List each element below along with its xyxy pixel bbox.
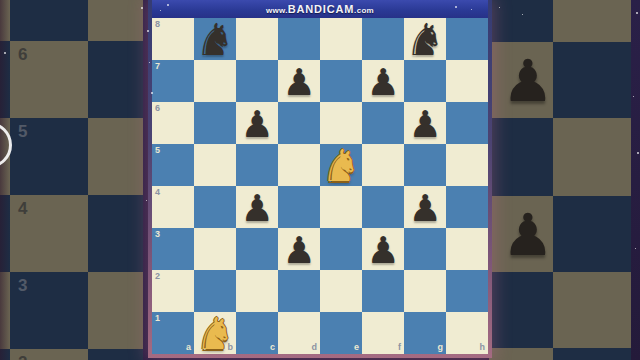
- screen-edge-vignette: [0, 0, 10, 360]
- watermark-com: .com: [354, 6, 374, 15]
- bg-square: 6: [10, 41, 88, 119]
- file-label-c: c: [270, 343, 275, 352]
- square-f5[interactable]: [362, 144, 404, 186]
- square-f2[interactable]: [362, 270, 404, 312]
- piece-black-pawn-g4[interactable]: ♟: [404, 187, 446, 229]
- square-b8[interactable]: ♞: [194, 18, 236, 60]
- square-e1[interactable]: e: [320, 312, 362, 354]
- square-f3[interactable]: ♟: [362, 228, 404, 270]
- star-dot: [160, 10, 161, 11]
- piece-black-knight-b8[interactable]: ♞: [194, 19, 236, 61]
- star-dot: [149, 62, 150, 63]
- star-dot: [4, 52, 6, 54]
- square-f1[interactable]: f: [362, 312, 404, 354]
- background-board-right: ♟♟: [489, 0, 631, 360]
- square-a3[interactable]: 3: [152, 228, 194, 270]
- star-dot: [636, 12, 638, 14]
- screen: 65432 ♟♟ www.BANDICAM.com 8♞♞7♟♟6♟♟5♞4♟♟…: [0, 0, 640, 360]
- rank-label-5: 5: [155, 146, 160, 155]
- square-d4[interactable]: [278, 186, 320, 228]
- square-c3[interactable]: [236, 228, 278, 270]
- square-h2[interactable]: [446, 270, 488, 312]
- bg-square: [553, 272, 631, 350]
- square-b5[interactable]: [194, 144, 236, 186]
- square-d8[interactable]: [278, 18, 320, 60]
- square-e7[interactable]: [320, 60, 362, 102]
- square-d6[interactable]: [278, 102, 320, 144]
- square-c1[interactable]: c: [236, 312, 278, 354]
- file-label-b: b: [228, 343, 234, 352]
- piece-black-pawn-f7[interactable]: ♟: [362, 61, 404, 103]
- square-g4[interactable]: ♟: [404, 186, 446, 228]
- bg-square: 2: [10, 349, 88, 360]
- file-label-e: e: [354, 343, 359, 352]
- square-b6[interactable]: [194, 102, 236, 144]
- square-a8[interactable]: 8: [152, 18, 194, 60]
- square-b3[interactable]: [194, 228, 236, 270]
- square-c8[interactable]: [236, 18, 278, 60]
- star-dot: [499, 7, 500, 8]
- star-dot: [146, 200, 147, 201]
- rank-label-1: 1: [155, 314, 160, 323]
- square-h5[interactable]: [446, 144, 488, 186]
- square-g5[interactable]: [404, 144, 446, 186]
- star-dot: [471, 9, 472, 10]
- rank-label-6: 6: [155, 104, 160, 113]
- bg-square: [553, 348, 631, 360]
- bg-rank-label-6: 6: [18, 46, 27, 63]
- bg-square: [88, 118, 143, 196]
- bg-rank-label-5: 5: [18, 123, 27, 140]
- square-d7[interactable]: ♟: [278, 60, 320, 102]
- bg-square: [88, 0, 143, 42]
- square-g3[interactable]: [404, 228, 446, 270]
- square-e2[interactable]: [320, 270, 362, 312]
- square-c7[interactable]: [236, 60, 278, 102]
- file-label-d: d: [312, 343, 318, 352]
- star-dot: [141, 7, 143, 9]
- bg-square: [553, 0, 631, 44]
- rank-label-4: 4: [155, 188, 160, 197]
- star-dot: [633, 96, 634, 97]
- square-f7[interactable]: ♟: [362, 60, 404, 102]
- piece-black-pawn-c6[interactable]: ♟: [236, 103, 278, 145]
- piece-black-pawn-g6[interactable]: ♟: [404, 103, 446, 145]
- square-g1[interactable]: g: [404, 312, 446, 354]
- square-g7[interactable]: [404, 60, 446, 102]
- bg-square: [88, 349, 143, 360]
- square-g8[interactable]: ♞: [404, 18, 446, 60]
- bg-square: [10, 0, 88, 42]
- square-c2[interactable]: [236, 270, 278, 312]
- square-e4[interactable]: [320, 186, 362, 228]
- star-dot: [151, 92, 153, 94]
- piece-white-knight-e5[interactable]: ♞: [320, 145, 362, 187]
- watermark-www: www.: [266, 6, 288, 15]
- square-f4[interactable]: [362, 186, 404, 228]
- bg-square: [88, 195, 143, 273]
- bg-square: 4: [10, 195, 88, 273]
- square-h8[interactable]: [446, 18, 488, 60]
- square-b2[interactable]: [194, 270, 236, 312]
- bg-rank-label-2: 2: [18, 354, 27, 360]
- square-h1[interactable]: h: [446, 312, 488, 354]
- bg-square: 5: [10, 118, 88, 196]
- bg-square: [88, 272, 143, 350]
- bg-square: [553, 118, 631, 196]
- bg-square: [553, 196, 631, 274]
- square-h3[interactable]: [446, 228, 488, 270]
- piece-black-knight-g8[interactable]: ♞: [404, 19, 446, 61]
- bg-square: [88, 41, 143, 119]
- square-d2[interactable]: [278, 270, 320, 312]
- piece-black-pawn-c4[interactable]: ♟: [236, 187, 278, 229]
- square-h7[interactable]: [446, 60, 488, 102]
- chess-board[interactable]: 8♞♞7♟♟6♟♟5♞4♟♟3♟♟21ab♞cdefgh: [152, 18, 488, 354]
- square-g2[interactable]: [404, 270, 446, 312]
- square-b7[interactable]: [194, 60, 236, 102]
- piece-black-pawn-d7[interactable]: ♟: [278, 61, 320, 103]
- square-e5[interactable]: ♞: [320, 144, 362, 186]
- rank-label-3: 3: [155, 230, 160, 239]
- square-a4[interactable]: 4: [152, 186, 194, 228]
- square-f8[interactable]: [362, 18, 404, 60]
- file-label-f: f: [398, 343, 401, 352]
- square-a1[interactable]: 1a: [152, 312, 194, 354]
- bg-rank-label-4: 4: [18, 200, 27, 217]
- square-e8[interactable]: [320, 18, 362, 60]
- square-d5[interactable]: [278, 144, 320, 186]
- star-dot: [637, 152, 639, 154]
- star-dot: [455, 6, 457, 8]
- watermark-brand: BANDICAM: [288, 3, 354, 15]
- star-dot: [635, 248, 636, 249]
- rank-label-8: 8: [155, 20, 160, 29]
- square-f6[interactable]: [362, 102, 404, 144]
- bg-square: 3: [10, 272, 88, 350]
- bg-rank-label-3: 3: [18, 277, 27, 294]
- space-strip-right: [631, 0, 640, 360]
- square-d1[interactable]: d: [278, 312, 320, 354]
- rank-label-2: 2: [155, 272, 160, 281]
- bg-square: [553, 42, 631, 120]
- square-h4[interactable]: [446, 186, 488, 228]
- piece-black-pawn-d3[interactable]: ♟: [278, 229, 320, 271]
- file-label-a: a: [186, 343, 191, 352]
- square-e3[interactable]: [320, 228, 362, 270]
- piece-black-pawn-f3[interactable]: ♟: [362, 229, 404, 271]
- file-label-g: g: [438, 343, 444, 352]
- square-e6[interactable]: [320, 102, 362, 144]
- star-dot: [147, 30, 149, 32]
- square-c6[interactable]: ♟: [236, 102, 278, 144]
- square-c4[interactable]: ♟: [236, 186, 278, 228]
- square-a7[interactable]: 7: [152, 60, 194, 102]
- star-dot: [522, 14, 523, 15]
- square-a5[interactable]: 5: [152, 144, 194, 186]
- square-g6[interactable]: ♟: [404, 102, 446, 144]
- file-label-h: h: [480, 343, 486, 352]
- square-h6[interactable]: [446, 102, 488, 144]
- square-b1[interactable]: b♞: [194, 312, 236, 354]
- square-b4[interactable]: [194, 186, 236, 228]
- square-a2[interactable]: 2: [152, 270, 194, 312]
- square-c5[interactable]: [236, 144, 278, 186]
- square-a6[interactable]: 6: [152, 102, 194, 144]
- star-dot: [167, 4, 169, 6]
- background-board-left: 65432: [0, 0, 143, 360]
- capture-frame: www.BANDICAM.com 8♞♞7♟♟6♟♟5♞4♟♟3♟♟21ab♞c…: [148, 0, 492, 358]
- rank-label-7: 7: [155, 62, 160, 71]
- square-d3[interactable]: ♟: [278, 228, 320, 270]
